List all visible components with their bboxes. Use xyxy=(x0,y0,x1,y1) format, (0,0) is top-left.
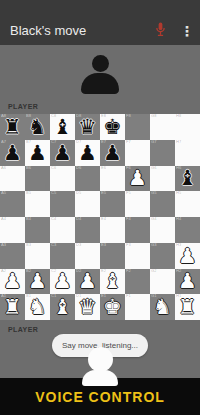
square-h8[interactable]: H8 xyxy=(175,114,200,140)
piece-black-pawn[interactable]: ♟ xyxy=(78,143,97,164)
square-d3[interactable]: D3 xyxy=(75,243,100,269)
square-h7[interactable]: H7 xyxy=(175,140,200,166)
square-coordinate-label: H7 xyxy=(176,140,181,144)
player-label: PLAYER xyxy=(8,326,38,333)
square-g3[interactable]: G3 xyxy=(150,243,175,269)
piece-black-pawn[interactable]: ♟ xyxy=(103,143,122,164)
piece-white-rook[interactable]: ♜ xyxy=(178,297,197,318)
square-coordinate-label: C2 xyxy=(51,269,56,273)
piece-white-bishop[interactable]: ♝ xyxy=(53,297,72,318)
piece-black-bishop[interactable]: ♝ xyxy=(53,117,72,138)
piece-black-queen[interactable]: ♛ xyxy=(78,117,97,138)
piece-black-rook[interactable]: ♜ xyxy=(3,117,22,138)
square-f2[interactable]: F2 xyxy=(125,269,150,295)
square-d6[interactable]: D6 xyxy=(75,166,100,192)
square-b1[interactable]: B1♞ xyxy=(25,294,50,320)
square-e2[interactable]: E2♝ xyxy=(100,269,125,295)
square-f1[interactable]: F1 xyxy=(125,294,150,320)
square-coordinate-label: G8 xyxy=(151,114,157,118)
square-e4[interactable]: E4 xyxy=(100,217,125,243)
square-f3[interactable]: F3 xyxy=(125,243,150,269)
square-coordinate-label: E7 xyxy=(101,140,106,144)
square-d7[interactable]: D7♟ xyxy=(75,140,100,166)
square-a1[interactable]: A1♜ xyxy=(0,294,25,320)
chess-board: A8♜B8♞C8♝D8♛E8♚F8G8H8A7♟B7♟C7♟D7♟E7♟F7G7… xyxy=(0,114,200,320)
piece-white-pawn[interactable]: ♟ xyxy=(3,271,22,292)
square-coordinate-label: B4 xyxy=(26,217,31,221)
piece-white-rook[interactable]: ♜ xyxy=(3,297,22,318)
voice-chess-app: Black's move ⋮ PLAYER A8♜B8♞C8♝D8♛E8♚F8G… xyxy=(0,0,200,415)
square-coordinate-label: D4 xyxy=(76,217,81,221)
voice-control-banner-text: VOICE CONTROL xyxy=(35,389,165,405)
piece-black-pawn[interactable]: ♟ xyxy=(3,143,22,164)
square-h4[interactable]: H4 xyxy=(175,217,200,243)
square-coordinate-label: D5 xyxy=(76,191,81,195)
square-a3[interactable]: A3 xyxy=(0,243,25,269)
square-b7[interactable]: B7♟ xyxy=(25,140,50,166)
square-coordinate-label: F5 xyxy=(126,191,131,195)
piece-white-pawn[interactable]: ♟ xyxy=(53,271,72,292)
square-coordinate-label: B1 xyxy=(26,294,31,298)
square-e1[interactable]: E1♚ xyxy=(100,294,125,320)
square-coordinate-label: H8 xyxy=(176,114,181,118)
square-coordinate-label: C1 xyxy=(51,294,56,298)
square-a2[interactable]: A2♟ xyxy=(0,269,25,295)
piece-white-pawn[interactable]: ♟ xyxy=(178,246,197,267)
square-e6[interactable]: E6 xyxy=(100,166,125,192)
square-c1[interactable]: C1♝ xyxy=(50,294,75,320)
square-e8[interactable]: E8♚ xyxy=(100,114,125,140)
square-f5[interactable]: F5 xyxy=(125,191,150,217)
overflow-menu-icon[interactable]: ⋮ xyxy=(180,24,192,38)
square-d5[interactable]: D5 xyxy=(75,191,100,217)
square-coordinate-label: G5 xyxy=(151,191,157,195)
square-c4[interactable]: C4 xyxy=(50,217,75,243)
piece-white-pawn[interactable]: ♟ xyxy=(178,271,197,292)
square-coordinate-label: H5 xyxy=(176,191,181,195)
square-b5[interactable]: B5 xyxy=(25,191,50,217)
square-g2[interactable]: G2 xyxy=(150,269,175,295)
turn-status-title: Black's move xyxy=(10,23,152,38)
square-coordinate-label: G4 xyxy=(151,217,157,221)
app-bar: Black's move ⋮ xyxy=(0,0,200,45)
square-coordinate-label: F4 xyxy=(126,217,131,221)
square-b2[interactable]: B2♟ xyxy=(25,269,50,295)
square-d1[interactable]: D1♛ xyxy=(75,294,100,320)
square-coordinate-label: H3 xyxy=(176,243,181,247)
square-coordinate-label: C6 xyxy=(51,166,56,170)
square-c3[interactable]: C3 xyxy=(50,243,75,269)
square-coordinate-label: D2 xyxy=(76,269,81,273)
square-h2[interactable]: H2♟ xyxy=(175,269,200,295)
square-e3[interactable]: E3 xyxy=(100,243,125,269)
square-coordinate-label: H6 xyxy=(176,166,181,170)
square-coordinate-label: E5 xyxy=(101,191,106,195)
square-coordinate-label: E1 xyxy=(101,294,106,298)
player-section: PLAYER Say move, listening... xyxy=(0,320,200,378)
square-coordinate-label: E8 xyxy=(101,114,106,118)
microphone-icon[interactable] xyxy=(152,21,168,38)
square-coordinate-label: B3 xyxy=(26,243,31,247)
square-b6[interactable]: B6 xyxy=(25,166,50,192)
square-coordinate-label: H4 xyxy=(176,217,181,221)
square-h6[interactable]: H6♝ xyxy=(175,166,200,192)
square-coordinate-label: D6 xyxy=(76,166,81,170)
square-f6[interactable]: F6♟ xyxy=(125,166,150,192)
square-coordinate-label: C8 xyxy=(51,114,56,118)
piece-white-bishop[interactable]: ♝ xyxy=(103,271,122,292)
piece-black-king[interactable]: ♚ xyxy=(103,117,122,138)
square-coordinate-label: G2 xyxy=(151,269,157,273)
square-a8[interactable]: A8♜ xyxy=(0,114,25,140)
square-c8[interactable]: C8♝ xyxy=(50,114,75,140)
piece-black-knight[interactable]: ♞ xyxy=(28,117,47,138)
square-coordinate-label: D1 xyxy=(76,294,81,298)
square-coordinate-label: G6 xyxy=(151,166,157,170)
square-d8[interactable]: D8♛ xyxy=(75,114,100,140)
square-coordinate-label: G1 xyxy=(151,294,157,298)
square-coordinate-label: B7 xyxy=(26,140,31,144)
square-coordinate-label: C4 xyxy=(51,217,56,221)
opponent-player-label: PLAYER xyxy=(8,103,38,110)
square-coordinate-label: F8 xyxy=(126,114,131,118)
square-g5[interactable]: G5 xyxy=(150,191,175,217)
square-coordinate-label: B8 xyxy=(26,114,31,118)
square-a4[interactable]: A4 xyxy=(0,217,25,243)
square-c5[interactable]: C5 xyxy=(50,191,75,217)
square-g4[interactable]: G4 xyxy=(150,217,175,243)
piece-black-pawn[interactable]: ♟ xyxy=(53,143,72,164)
piece-white-king[interactable]: ♚ xyxy=(103,297,122,318)
square-coordinate-label: H2 xyxy=(176,269,181,273)
player-avatar-icon xyxy=(80,347,120,386)
square-f4[interactable]: F4 xyxy=(125,217,150,243)
square-e5[interactable]: E5 xyxy=(100,191,125,217)
square-coordinate-label: F1 xyxy=(126,294,131,298)
square-f8[interactable]: F8 xyxy=(125,114,150,140)
square-coordinate-label: G7 xyxy=(151,140,157,144)
square-coordinate-label: F2 xyxy=(126,269,131,273)
piece-black-bishop[interactable]: ♝ xyxy=(178,168,197,189)
square-coordinate-label: E2 xyxy=(101,269,106,273)
square-coordinate-label: A7 xyxy=(1,140,6,144)
square-coordinate-label: B5 xyxy=(26,191,31,195)
square-b8[interactable]: B8♞ xyxy=(25,114,50,140)
square-a5[interactable]: A5 xyxy=(0,191,25,217)
square-coordinate-label: C5 xyxy=(51,191,56,195)
piece-white-pawn[interactable]: ♟ xyxy=(28,271,47,292)
square-coordinate-label: F6 xyxy=(126,166,131,170)
opponent-section: PLAYER xyxy=(0,45,200,114)
square-h5[interactable]: H5 xyxy=(175,191,200,217)
square-coordinate-label: E3 xyxy=(101,243,106,247)
square-coordinate-label: A4 xyxy=(1,217,6,221)
square-coordinate-label: C7 xyxy=(51,140,56,144)
square-d4[interactable]: D4 xyxy=(75,217,100,243)
square-g7[interactable]: G7 xyxy=(150,140,175,166)
piece-white-pawn[interactable]: ♟ xyxy=(128,168,147,189)
square-g6[interactable]: G6 xyxy=(150,166,175,192)
piece-black-pawn[interactable]: ♟ xyxy=(28,143,47,164)
square-c7[interactable]: C7♟ xyxy=(50,140,75,166)
square-e7[interactable]: E7♟ xyxy=(100,140,125,166)
square-g8[interactable]: G8 xyxy=(150,114,175,140)
square-coordinate-label: E4 xyxy=(101,217,106,221)
square-b4[interactable]: B4 xyxy=(25,217,50,243)
square-coordinate-label: A1 xyxy=(1,294,6,298)
square-coordinate-label: F7 xyxy=(126,140,131,144)
square-coordinate-label: E6 xyxy=(101,166,106,170)
square-coordinate-label: C3 xyxy=(51,243,56,247)
piece-white-queen[interactable]: ♛ xyxy=(78,297,97,318)
piece-white-pawn[interactable]: ♟ xyxy=(78,271,97,292)
square-a7[interactable]: A7♟ xyxy=(0,140,25,166)
square-a6[interactable]: A6 xyxy=(0,166,25,192)
square-d2[interactable]: D2♟ xyxy=(75,269,100,295)
square-coordinate-label: A8 xyxy=(1,114,6,118)
square-coordinate-label: D7 xyxy=(76,140,81,144)
piece-white-knight[interactable]: ♞ xyxy=(153,297,172,318)
square-coordinate-label: D3 xyxy=(76,243,81,247)
square-coordinate-label: A3 xyxy=(1,243,6,247)
square-coordinate-label: D8 xyxy=(76,114,81,118)
square-coordinate-label: B6 xyxy=(26,166,31,170)
square-coordinate-label: F3 xyxy=(126,243,131,247)
square-b3[interactable]: B3 xyxy=(25,243,50,269)
square-f7[interactable]: F7 xyxy=(125,140,150,166)
square-c2[interactable]: C2♟ xyxy=(50,269,75,295)
square-coordinate-label: A2 xyxy=(1,269,6,273)
square-h3[interactable]: H3♟ xyxy=(175,243,200,269)
square-g1[interactable]: G1♞ xyxy=(150,294,175,320)
piece-white-knight[interactable]: ♞ xyxy=(28,297,47,318)
square-coordinate-label: B2 xyxy=(26,269,31,273)
square-coordinate-label: A6 xyxy=(1,166,6,170)
square-coordinate-label: H1 xyxy=(176,294,181,298)
square-c6[interactable]: C6 xyxy=(50,166,75,192)
square-coordinate-label: A5 xyxy=(1,191,6,195)
square-h1[interactable]: H1♜ xyxy=(175,294,200,320)
square-coordinate-label: G3 xyxy=(151,243,157,247)
opponent-avatar-icon xyxy=(78,55,122,94)
